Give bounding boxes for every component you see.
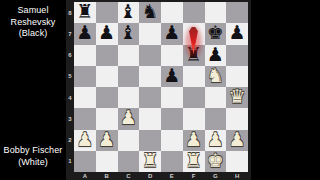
square-c6[interactable] xyxy=(118,45,140,66)
square-d5[interactable] xyxy=(139,66,161,87)
square-e3[interactable] xyxy=(161,108,183,129)
square-f8[interactable] xyxy=(183,2,205,23)
square-f1[interactable]: ♜ xyxy=(183,151,205,172)
black-pawn-e7[interactable]: ♟ xyxy=(163,23,180,42)
white-pawn-a2[interactable]: ♟ xyxy=(76,130,93,149)
rank-label-4: 4 xyxy=(66,87,74,108)
square-b5[interactable] xyxy=(96,66,118,87)
square-g5[interactable]: ♞ xyxy=(205,66,227,87)
rank-label-3: 3 xyxy=(66,108,74,129)
square-e1[interactable] xyxy=(161,151,183,172)
player-white-label: Bobby Fischer (White) xyxy=(0,145,66,168)
square-a2[interactable]: ♟ xyxy=(74,130,96,151)
white-knight-g5[interactable]: ♞ xyxy=(207,66,224,85)
square-c4[interactable] xyxy=(118,87,140,108)
black-knight-d8[interactable]: ♞ xyxy=(142,2,159,21)
square-a3[interactable] xyxy=(74,108,96,129)
square-c2[interactable] xyxy=(118,130,140,151)
square-d2[interactable] xyxy=(139,130,161,151)
square-h7[interactable]: ♟ xyxy=(226,23,248,44)
player-black-label: Samuel Reshevsky (Black) xyxy=(0,5,66,40)
square-d1[interactable]: ♜ xyxy=(139,151,161,172)
black-pawn-b7[interactable]: ♟ xyxy=(98,23,115,42)
file-label-g: G xyxy=(205,171,227,180)
board-squares: ♜♝♞♟♟♝♟♚♟♜♟♟♞♛♟♟♟♟♟♟♜♜♚ xyxy=(74,2,248,172)
square-c1[interactable] xyxy=(118,151,140,172)
square-e5[interactable]: ♟ xyxy=(161,66,183,87)
square-b8[interactable] xyxy=(96,2,118,23)
square-e2[interactable] xyxy=(161,130,183,151)
file-label-h: H xyxy=(226,171,248,180)
file-label-c: C xyxy=(118,171,140,180)
square-h5[interactable] xyxy=(226,66,248,87)
square-a4[interactable] xyxy=(74,87,96,108)
rank-label-8: 8 xyxy=(66,2,74,23)
square-f3[interactable] xyxy=(183,108,205,129)
file-label-f: F xyxy=(183,171,205,180)
square-h8[interactable] xyxy=(226,2,248,23)
square-e8[interactable] xyxy=(161,2,183,23)
square-f6[interactable]: ♜ xyxy=(183,45,205,66)
white-pawn-f2[interactable]: ♟ xyxy=(185,130,202,149)
square-b1[interactable] xyxy=(96,151,118,172)
square-c3[interactable]: ♟ xyxy=(118,108,140,129)
player-white-side: (White) xyxy=(0,157,66,169)
square-b4[interactable] xyxy=(96,87,118,108)
square-b6[interactable] xyxy=(96,45,118,66)
square-f5[interactable] xyxy=(183,66,205,87)
square-h6[interactable] xyxy=(226,45,248,66)
square-b7[interactable]: ♟ xyxy=(96,23,118,44)
rank-label-5: 5 xyxy=(66,66,74,87)
white-pawn-c3[interactable]: ♟ xyxy=(120,108,137,127)
white-pawn-h2[interactable]: ♟ xyxy=(229,130,246,149)
black-rook-a8[interactable]: ♜ xyxy=(76,2,93,21)
square-c8[interactable]: ♝ xyxy=(118,2,140,23)
black-bishop-c7[interactable]: ♝ xyxy=(120,23,137,42)
black-king-g7[interactable]: ♚ xyxy=(207,23,224,42)
square-b2[interactable]: ♟ xyxy=(96,130,118,151)
square-d6[interactable] xyxy=(139,45,161,66)
white-king-g1[interactable]: ♚ xyxy=(207,151,224,170)
square-g6[interactable]: ♟ xyxy=(205,45,227,66)
black-rook-f6[interactable]: ♜ xyxy=(185,45,202,64)
square-e4[interactable] xyxy=(161,87,183,108)
square-g4[interactable] xyxy=(205,87,227,108)
square-h1[interactable] xyxy=(226,151,248,172)
file-label-a: A xyxy=(74,171,96,180)
square-d7[interactable] xyxy=(139,23,161,44)
square-h2[interactable]: ♟ xyxy=(226,130,248,151)
rank-label-7: 7 xyxy=(66,23,74,44)
rank-label-1: 1 xyxy=(66,151,74,172)
video-frame: Samuel Reshevsky (Black) Bobby Fischer (… xyxy=(0,0,320,180)
square-h4[interactable]: ♛ xyxy=(226,87,248,108)
white-pawn-b2[interactable]: ♟ xyxy=(98,130,115,149)
square-c5[interactable] xyxy=(118,66,140,87)
square-a6[interactable] xyxy=(74,45,96,66)
white-pawn-g2[interactable]: ♟ xyxy=(207,130,224,149)
rank-label-6: 6 xyxy=(66,45,74,66)
player-black-name: Samuel Reshevsky xyxy=(0,5,66,28)
rank-label-2: 2 xyxy=(66,130,74,151)
square-g7[interactable]: ♚ xyxy=(205,23,227,44)
white-rook-f1[interactable]: ♜ xyxy=(185,151,202,170)
square-f4[interactable] xyxy=(183,87,205,108)
black-bishop-c8[interactable]: ♝ xyxy=(120,2,137,21)
square-g3[interactable] xyxy=(205,108,227,129)
square-d4[interactable] xyxy=(139,87,161,108)
file-labels: ABCDEFGH xyxy=(74,171,248,180)
file-label-e: E xyxy=(161,171,183,180)
file-label-b: B xyxy=(96,171,118,180)
black-pawn-a7[interactable]: ♟ xyxy=(76,23,93,42)
square-f7[interactable] xyxy=(183,23,205,44)
white-queen-h4[interactable]: ♛ xyxy=(229,87,246,106)
chess-board: 87654321 ♜♝♞♟♟♝♟♚♟♜♟♟♞♛♟♟♟♟♟♟♜♜♚ ABCDEFG… xyxy=(66,0,251,180)
player-black-side: (Black) xyxy=(0,28,66,40)
file-label-d: D xyxy=(139,171,161,180)
square-a1[interactable] xyxy=(74,151,96,172)
square-f2[interactable]: ♟ xyxy=(183,130,205,151)
square-h3[interactable] xyxy=(226,108,248,129)
square-a7[interactable]: ♟ xyxy=(74,23,96,44)
square-a8[interactable]: ♜ xyxy=(74,2,96,23)
square-a5[interactable] xyxy=(74,66,96,87)
square-g1[interactable]: ♚ xyxy=(205,151,227,172)
square-e7[interactable]: ♟ xyxy=(161,23,183,44)
black-pawn-e5[interactable]: ♟ xyxy=(163,66,180,85)
black-pawn-h7[interactable]: ♟ xyxy=(229,23,246,42)
black-pawn-g6[interactable]: ♟ xyxy=(207,45,224,64)
player-white-name: Bobby Fischer xyxy=(0,145,66,157)
square-d3[interactable] xyxy=(139,108,161,129)
square-b3[interactable] xyxy=(96,108,118,129)
square-g2[interactable]: ♟ xyxy=(205,130,227,151)
rank-labels: 87654321 xyxy=(66,2,74,172)
square-e6[interactable] xyxy=(161,45,183,66)
square-g8[interactable] xyxy=(205,2,227,23)
square-d8[interactable]: ♞ xyxy=(139,2,161,23)
square-c7[interactable]: ♝ xyxy=(118,23,140,44)
white-rook-d1[interactable]: ♜ xyxy=(142,151,159,170)
